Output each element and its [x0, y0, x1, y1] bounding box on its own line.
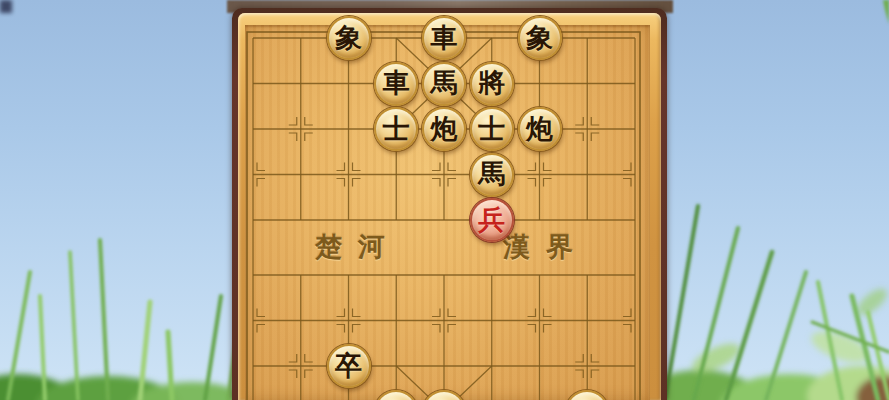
piece-black-horse[interactable]: 馬 — [470, 153, 514, 197]
piece-glyph: 士 — [478, 115, 505, 142]
grass-left-base — [0, 374, 254, 400]
piece-black-cannon[interactable]: 炮 — [422, 107, 466, 151]
river-label-chu-he: 楚河 — [275, 230, 425, 264]
piece-glyph: 象 — [526, 24, 553, 51]
piece-black-chariot[interactable]: 車 — [374, 62, 418, 106]
game-scene: 楚河 漢界 象車象車馬將士炮士炮馬兵卒 — [0, 0, 889, 400]
piece-black-elephant[interactable]: 象 — [327, 16, 371, 60]
piece-black-elephant[interactable]: 象 — [518, 16, 562, 60]
piece-black-advisor[interactable]: 士 — [374, 107, 418, 151]
piece-black-advisor[interactable]: 士 — [470, 107, 514, 151]
piece-glyph: 將 — [478, 69, 505, 96]
piece-red-soldier[interactable]: 兵 — [470, 198, 514, 242]
piece-black-soldier[interactable]: 卒 — [327, 344, 371, 388]
piece-glyph: 馬 — [478, 160, 505, 187]
piece-glyph: 兵 — [478, 206, 505, 233]
piece-glyph: 象 — [335, 24, 362, 51]
grass-right-blades — [665, 0, 889, 400]
piece-glyph: 車 — [383, 69, 410, 96]
piece-glyph: 車 — [431, 24, 458, 51]
piece-black-horse[interactable]: 馬 — [422, 62, 466, 106]
piece-glyph: 炮 — [431, 115, 458, 142]
piece-glyph: 士 — [383, 115, 410, 142]
piece-glyph: 卒 — [335, 352, 362, 379]
grass-right-base — [640, 284, 889, 400]
piece-black-cannon[interactable]: 炮 — [518, 107, 562, 151]
grass-left-blades — [8, 240, 236, 400]
photo-dark-corner — [0, 0, 12, 13]
piece-glyph: 炮 — [526, 115, 553, 142]
piece-black-general[interactable]: 將 — [470, 62, 514, 106]
piece-glyph: 馬 — [431, 69, 458, 96]
piece-black-chariot[interactable]: 車 — [422, 16, 466, 60]
